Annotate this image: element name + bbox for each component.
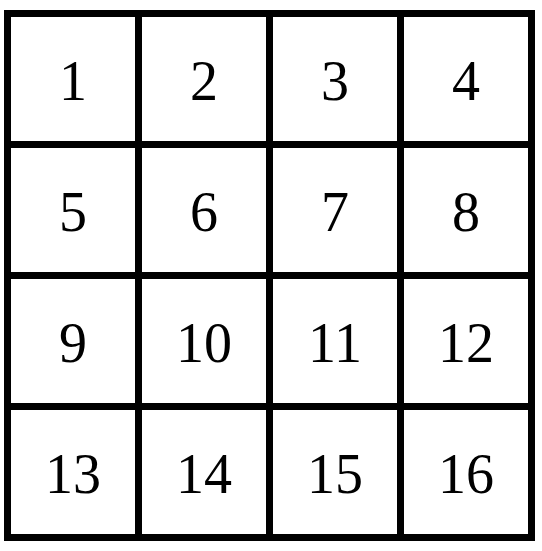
grid-cell-r3c3: 11 <box>273 279 397 403</box>
cell-number: 7 <box>321 184 349 240</box>
grid-cell-r2c1: 5 <box>11 148 135 272</box>
cell-number: 13 <box>45 446 101 502</box>
numbered-grid-board: 12345678910111213141516 <box>4 10 535 541</box>
grid-cell-r4c4: 16 <box>404 410 528 534</box>
cell-number: 1 <box>59 53 87 109</box>
cell-number: 4 <box>452 53 480 109</box>
cell-number: 3 <box>321 53 349 109</box>
cell-number: 9 <box>59 315 87 371</box>
grid-cell-r4c1: 13 <box>11 410 135 534</box>
cell-number: 6 <box>190 184 218 240</box>
grid-cell-r1c4: 4 <box>404 17 528 141</box>
cell-number: 2 <box>190 53 218 109</box>
grid-cell-r3c2: 10 <box>142 279 266 403</box>
grid-cell-r1c2: 2 <box>142 17 266 141</box>
grid-cell-r4c2: 14 <box>142 410 266 534</box>
cell-number: 15 <box>307 446 363 502</box>
grid-cell-r2c4: 8 <box>404 148 528 272</box>
grid-cell-r1c3: 3 <box>273 17 397 141</box>
cell-number: 5 <box>59 184 87 240</box>
cell-number: 12 <box>438 315 494 371</box>
cell-number: 10 <box>176 315 232 371</box>
grid-cell-r2c2: 6 <box>142 148 266 272</box>
cell-number: 11 <box>308 315 362 371</box>
cell-number: 14 <box>176 446 232 502</box>
grid-cell-r3c1: 9 <box>11 279 135 403</box>
grid-cell-r3c4: 12 <box>404 279 528 403</box>
grid-cell-r2c3: 7 <box>273 148 397 272</box>
grid-cell-r4c3: 15 <box>273 410 397 534</box>
grid-cell-r1c1: 1 <box>11 17 135 141</box>
cell-number: 16 <box>438 446 494 502</box>
cell-number: 8 <box>452 184 480 240</box>
